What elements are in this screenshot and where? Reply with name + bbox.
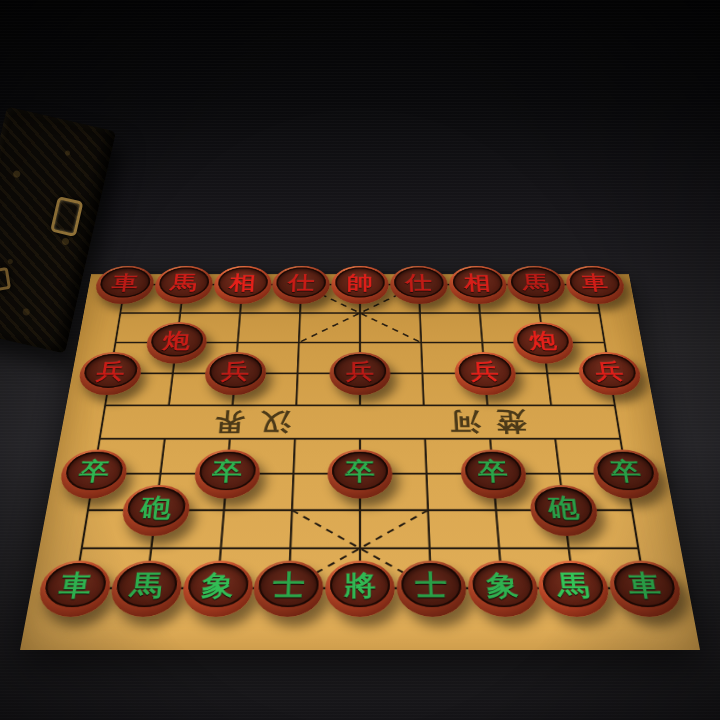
piece-face: 卒 [63, 452, 125, 491]
piece-face: 士 [401, 563, 463, 607]
red-soldier-glyph: 兵 [594, 360, 625, 382]
red-soldier-glyph: 兵 [470, 360, 500, 382]
red-cannon-glyph: 炮 [162, 330, 192, 351]
piece-face: 兵 [208, 354, 263, 388]
piece-red-advisor[interactable]: 仕 [390, 266, 449, 304]
piece-face: 炮 [149, 324, 204, 357]
green-elephant-glyph: 象 [485, 571, 519, 599]
green-advisor-glyph: 士 [415, 571, 448, 599]
river-text-right: 楚河 [414, 407, 565, 438]
green-soldier-glyph: 卒 [77, 459, 111, 483]
piece-face: 卒 [464, 452, 523, 491]
green-horse-glyph: 馬 [129, 571, 164, 599]
piece-face: 砲 [125, 487, 187, 527]
piece-face: 車 [611, 563, 678, 607]
red-horse-glyph: 馬 [522, 273, 551, 292]
piece-face: 兵 [457, 354, 512, 388]
river-text-left: 汉界 [177, 407, 328, 438]
green-cannon-glyph: 砲 [547, 494, 581, 520]
piece-face: 車 [98, 267, 152, 297]
piece-face: 砲 [533, 487, 595, 527]
piece-face: 相 [217, 267, 269, 297]
case-hinge-icon [0, 267, 11, 294]
green-horse-glyph: 馬 [556, 571, 591, 599]
piece-green-general[interactable]: 將 [325, 561, 396, 617]
piece-face: 相 [452, 267, 504, 297]
red-elephant-glyph: 相 [229, 273, 257, 292]
red-general-glyph: 帥 [347, 273, 373, 292]
scene-background: 汉界 楚河 車馬相仕帥仕相馬車炮炮兵兵兵兵兵卒卒卒卒卒砲砲車馬象士將士象馬車 [0, 0, 720, 720]
piece-face: 帥 [335, 267, 385, 297]
green-chariot-glyph: 車 [626, 571, 662, 599]
red-soldier-glyph: 兵 [221, 360, 251, 382]
piece-face: 卒 [332, 452, 388, 491]
case-clasp-icon [50, 196, 83, 237]
piece-face: 兵 [82, 354, 140, 388]
red-chariot-glyph: 車 [580, 273, 609, 292]
piece-face: 仕 [394, 267, 445, 297]
piece-face: 馬 [510, 267, 563, 297]
piece-red-general[interactable]: 帥 [331, 266, 389, 304]
piece-face: 士 [258, 563, 320, 607]
piece-face: 炮 [516, 324, 571, 357]
piece-face: 卒 [595, 452, 657, 491]
green-soldier-glyph: 卒 [211, 459, 243, 483]
piece-red-soldier[interactable]: 兵 [329, 352, 391, 395]
red-soldier-glyph: 兵 [95, 360, 126, 382]
piece-face: 卒 [197, 452, 256, 491]
green-soldier-glyph: 卒 [345, 459, 375, 483]
piece-face: 將 [330, 563, 391, 607]
red-elephant-glyph: 相 [464, 273, 492, 292]
piece-face: 馬 [157, 267, 210, 297]
red-advisor-glyph: 仕 [405, 273, 432, 292]
piece-face: 兵 [581, 354, 639, 388]
red-soldier-glyph: 兵 [346, 360, 374, 382]
piece-face: 車 [42, 563, 109, 607]
piece-face: 車 [568, 267, 622, 297]
green-advisor-glyph: 士 [272, 571, 305, 599]
red-cannon-glyph: 炮 [528, 330, 558, 351]
green-general-glyph: 將 [344, 571, 376, 599]
red-advisor-glyph: 仕 [288, 273, 315, 292]
piece-face: 象 [471, 563, 534, 607]
board-mat: 汉界 楚河 車馬相仕帥仕相馬車炮炮兵兵兵兵兵卒卒卒卒卒砲砲車馬象士將士象馬車 [20, 274, 700, 650]
piece-green-soldier[interactable]: 卒 [327, 450, 393, 499]
green-chariot-glyph: 車 [57, 571, 93, 599]
green-cannon-glyph: 砲 [139, 494, 173, 520]
red-horse-glyph: 馬 [170, 273, 199, 292]
green-soldier-glyph: 卒 [477, 459, 509, 483]
xiangqi-board: 汉界 楚河 車馬相仕帥仕相馬車炮炮兵兵兵兵兵卒卒卒卒卒砲砲車馬象士將士象馬車 [20, 274, 700, 650]
piece-face: 馬 [114, 563, 179, 607]
red-chariot-glyph: 車 [111, 273, 140, 292]
green-soldier-glyph: 卒 [609, 459, 643, 483]
piece-face: 馬 [541, 563, 606, 607]
green-elephant-glyph: 象 [201, 571, 235, 599]
piece-face: 象 [186, 563, 249, 607]
piece-face: 仕 [276, 267, 327, 297]
piece-face: 兵 [334, 354, 387, 388]
